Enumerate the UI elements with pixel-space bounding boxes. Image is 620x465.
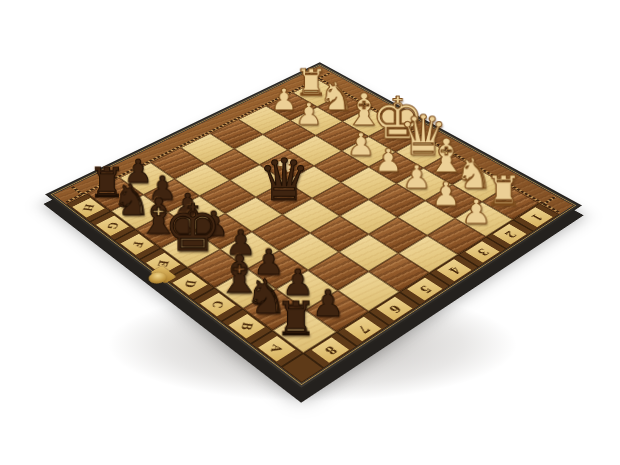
chess-board: HGFEDCBA12345678 ♜♞♝♛♚♝♞♜♟♟♟♟♟♟♟♟♛♟♟♟♟♟♟…: [45, 62, 582, 390]
scene: HGFEDCBA12345678 ♜♞♝♛♚♝♞♜♟♟♟♟♟♟♟♟♛♟♟♟♟♟♟…: [0, 0, 620, 465]
